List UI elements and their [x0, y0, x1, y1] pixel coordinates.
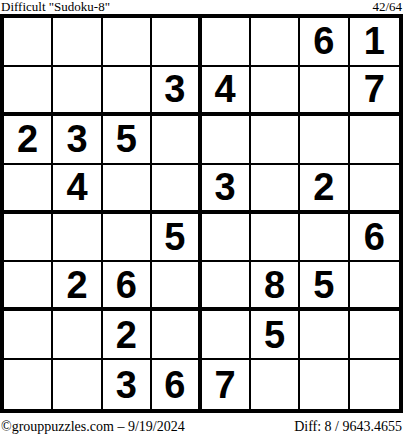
cell-r7c4[interactable]: [152, 311, 201, 360]
cell-r5c7[interactable]: [300, 214, 349, 263]
cell-r5c8[interactable]: 6: [350, 214, 399, 263]
cell-r4c6[interactable]: [251, 165, 300, 214]
given-digit: 5: [264, 316, 285, 354]
given-digit: 3: [66, 120, 87, 158]
cell-r7c3[interactable]: 2: [103, 311, 152, 360]
given-digit: 2: [116, 316, 137, 354]
cell-r8c3[interactable]: 3: [103, 360, 152, 409]
cell-r1c7[interactable]: 6: [300, 18, 349, 67]
cell-r1c1[interactable]: [4, 18, 53, 67]
cell-r8c7[interactable]: [300, 360, 349, 409]
sudoku-board: 6134723543256268525367: [0, 14, 403, 413]
page-header: Difficult "Sudoku-8" 42/64: [0, 0, 403, 14]
cell-r5c4[interactable]: 5: [152, 214, 201, 263]
cell-r8c5[interactable]: 7: [202, 360, 251, 409]
cell-r2c2[interactable]: [53, 67, 102, 116]
cell-r4c2[interactable]: 4: [53, 165, 102, 214]
given-digit: 4: [215, 70, 236, 108]
cell-r3c8[interactable]: [350, 116, 399, 165]
cell-r5c2[interactable]: [53, 214, 102, 263]
given-digit: 6: [116, 266, 137, 304]
cell-r3c6[interactable]: [251, 116, 300, 165]
sudoku-page: Difficult "Sudoku-8" 42/64 6134723543256…: [0, 0, 403, 437]
cell-r2c4[interactable]: 3: [152, 67, 201, 116]
cell-r5c3[interactable]: [103, 214, 152, 263]
cell-r1c2[interactable]: [53, 18, 102, 67]
cell-r4c3[interactable]: [103, 165, 152, 214]
given-digit: 6: [164, 366, 185, 404]
cell-r6c1[interactable]: [4, 262, 53, 311]
cell-r1c4[interactable]: [152, 18, 201, 67]
cell-r6c7[interactable]: 5: [300, 262, 349, 311]
copyright-text: ©grouppuzzles.com – 9/19/2024: [1, 419, 185, 435]
cell-r3c4[interactable]: [152, 116, 201, 165]
cell-r7c8[interactable]: [350, 311, 399, 360]
page-footer: ©grouppuzzles.com – 9/19/2024 Diff: 8 / …: [0, 413, 403, 437]
given-digit: 6: [313, 22, 334, 60]
given-digit: 7: [364, 70, 385, 108]
cell-r8c2[interactable]: [53, 360, 102, 409]
given-digit: 3: [116, 366, 137, 404]
given-digit: 5: [164, 218, 185, 256]
cell-r3c1[interactable]: 2: [4, 116, 53, 165]
cell-r7c6[interactable]: 5: [251, 311, 300, 360]
given-digit: 2: [313, 168, 334, 206]
given-digit: 8: [264, 266, 285, 304]
given-digit: 2: [17, 120, 38, 158]
cell-r6c3[interactable]: 6: [103, 262, 152, 311]
cell-r2c7[interactable]: [300, 67, 349, 116]
cell-r8c4[interactable]: 6: [152, 360, 201, 409]
given-digit: 2: [66, 266, 87, 304]
cell-r6c4[interactable]: [152, 262, 201, 311]
cell-r3c3[interactable]: 5: [103, 116, 152, 165]
given-digit: 5: [116, 120, 137, 158]
cell-r2c1[interactable]: [4, 67, 53, 116]
given-digit: 7: [215, 366, 236, 404]
cell-r4c5[interactable]: 3: [202, 165, 251, 214]
given-digit: 6: [364, 218, 385, 256]
cell-r1c5[interactable]: [202, 18, 251, 67]
cell-r4c1[interactable]: [4, 165, 53, 214]
puzzle-title: Difficult "Sudoku-8": [1, 0, 110, 14]
cell-r1c3[interactable]: [103, 18, 152, 67]
cell-r4c8[interactable]: [350, 165, 399, 214]
given-digit: 3: [215, 168, 236, 206]
given-digit: 5: [313, 266, 334, 304]
cell-r5c5[interactable]: [202, 214, 251, 263]
cell-r6c2[interactable]: 2: [53, 262, 102, 311]
cell-r7c7[interactable]: [300, 311, 349, 360]
cell-r7c5[interactable]: [202, 311, 251, 360]
cell-r3c7[interactable]: [300, 116, 349, 165]
cell-r5c6[interactable]: [251, 214, 300, 263]
cell-r7c2[interactable]: [53, 311, 102, 360]
cell-r2c3[interactable]: [103, 67, 152, 116]
cell-r4c7[interactable]: 2: [300, 165, 349, 214]
cell-r8c8[interactable]: [350, 360, 399, 409]
cell-r2c5[interactable]: 4: [202, 67, 251, 116]
cell-r2c6[interactable]: [251, 67, 300, 116]
cell-r4c4[interactable]: [152, 165, 201, 214]
cell-r1c8[interactable]: 1: [350, 18, 399, 67]
cell-r2c8[interactable]: 7: [350, 67, 399, 116]
cell-r6c6[interactable]: 8: [251, 262, 300, 311]
given-digit: 3: [164, 70, 185, 108]
difficulty-text: Diff: 8 / 9643.4655: [294, 419, 402, 435]
cell-r3c2[interactable]: 3: [53, 116, 102, 165]
puzzle-counter: 42/64: [372, 0, 402, 14]
cell-r8c6[interactable]: [251, 360, 300, 409]
cell-r8c1[interactable]: [4, 360, 53, 409]
cell-r6c5[interactable]: [202, 262, 251, 311]
cell-r3c5[interactable]: [202, 116, 251, 165]
cell-r1c6[interactable]: [251, 18, 300, 67]
given-digit: 1: [364, 22, 385, 60]
cell-r7c1[interactable]: [4, 311, 53, 360]
cell-r5c1[interactable]: [4, 214, 53, 263]
given-digit: 4: [66, 168, 87, 206]
cell-r6c8[interactable]: [350, 262, 399, 311]
